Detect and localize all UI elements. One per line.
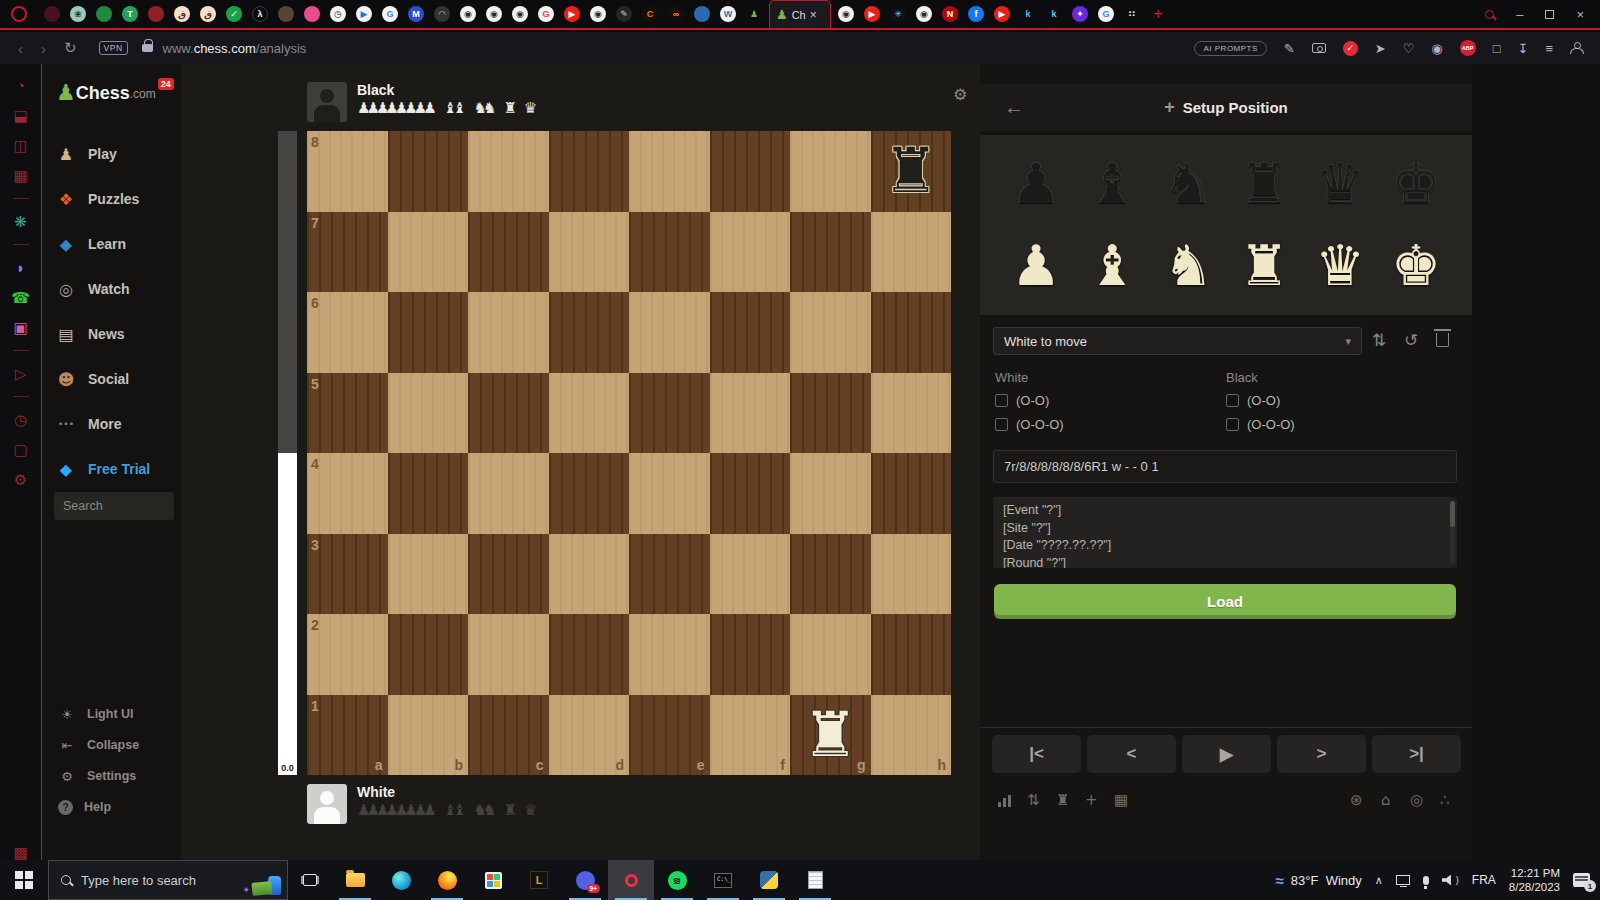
- reload-icon[interactable]: ↻: [64, 39, 77, 57]
- opera-gx-icon: [625, 874, 638, 887]
- square-g5[interactable]: [790, 373, 871, 454]
- tab-favicon: ◷: [330, 6, 346, 22]
- python-icon: [760, 871, 778, 889]
- chevron-down-icon: ▾: [1345, 335, 1351, 348]
- sidebar-item-play[interactable]: ♟Play: [42, 137, 181, 171]
- ms-store-icon: [485, 872, 502, 889]
- taskbar-app-python[interactable]: [746, 860, 792, 900]
- active-tab-label: Ch: [792, 9, 806, 21]
- instagram-icon[interactable]: ▣: [13, 320, 27, 335]
- palette-black-king[interactable]: ♚: [1378, 144, 1454, 224]
- sidebar-footer-help[interactable]: ?Help: [42, 794, 181, 820]
- fen-input[interactable]: [993, 450, 1457, 483]
- gx-divider: [13, 198, 29, 199]
- sidebar-item-label: News: [88, 326, 125, 342]
- file-label-b: b: [454, 757, 463, 773]
- send-icon[interactable]: ➤: [1375, 41, 1386, 56]
- browser-tab[interactable]: [299, 1, 325, 27]
- browser-tab[interactable]: ◉: [455, 1, 481, 27]
- sidebar-footer-light-ui[interactable]: ☀Light UI: [42, 701, 181, 727]
- sidebar-footer-label: Settings: [87, 769, 136, 783]
- square-c7[interactable]: [468, 212, 549, 293]
- social-icon: ☻: [56, 370, 76, 389]
- square-d5[interactable]: [549, 373, 630, 454]
- castling-black-header: Black: [1226, 370, 1258, 385]
- forward-icon[interactable]: ›: [41, 40, 46, 57]
- player-icon[interactable]: ▷: [15, 366, 27, 381]
- taskbar-app-cmd[interactable]: C:\_: [700, 860, 746, 900]
- sidebar-item-label: More: [88, 416, 121, 432]
- square-b1[interactable]: b: [388, 695, 469, 776]
- square-h5[interactable]: [871, 373, 952, 454]
- discord-badge: 9+: [587, 884, 599, 893]
- camera-icon[interactable]: [1312, 43, 1326, 53]
- sidebar-item-social[interactable]: ☻Social: [42, 362, 181, 396]
- square-h1[interactable]: h: [871, 695, 952, 776]
- square-d6[interactable]: [549, 292, 630, 373]
- square-e7[interactable]: [629, 212, 710, 293]
- taskbar-app-notepad[interactable]: [792, 860, 838, 900]
- taskbar-app-file-explorer[interactable]: [332, 860, 378, 900]
- previous-move-button[interactable]: <: [1087, 735, 1176, 773]
- square-f6[interactable]: [710, 292, 791, 373]
- palette-white-bishop[interactable]: ♝: [1074, 226, 1150, 306]
- rank-label-6: 6: [311, 295, 319, 311]
- browser-tab[interactable]: G: [1093, 1, 1119, 27]
- chatgpt-icon[interactable]: ❋: [14, 214, 27, 229]
- tab-favicon: ◉: [512, 6, 528, 22]
- windows-taskbar: Type here to search ✦ L9+≋C:\_ ≈ 83°F Wi…: [0, 860, 1600, 900]
- sliders-icon[interactable]: ≡: [1545, 41, 1553, 56]
- tab-favicon: ق: [200, 6, 216, 22]
- browser-tab[interactable]: G: [533, 1, 559, 27]
- square-h4[interactable]: [871, 453, 952, 534]
- rank-label-1: 1: [311, 698, 319, 714]
- spotify-icon: ≋: [668, 871, 687, 890]
- threats-icon[interactable]: ♜: [1056, 791, 1069, 809]
- black-queenside-castle-checkbox[interactable]: (O-O-O): [1226, 417, 1295, 432]
- square-c1[interactable]: c: [468, 695, 549, 776]
- square-d8[interactable]: [549, 131, 630, 212]
- profile-icon[interactable]: [1570, 42, 1582, 54]
- square-e3[interactable]: [629, 534, 710, 615]
- edge-icon: [392, 871, 411, 890]
- sidebar-item-puzzles[interactable]: ❖Puzzles: [42, 182, 181, 216]
- palette-white-rook[interactable]: ♜: [1226, 226, 1302, 306]
- play-button[interactable]: ▶: [1182, 735, 1271, 773]
- analysis-chart-icon[interactable]: [998, 795, 1011, 807]
- browser-tab[interactable]: ♟: [741, 1, 767, 27]
- sidebar-item-label: Social: [88, 371, 129, 387]
- square-e8[interactable]: [629, 131, 710, 212]
- network-icon[interactable]: [1396, 875, 1410, 885]
- square-d3[interactable]: [549, 534, 630, 615]
- extension-box-icon[interactable]: □: [1493, 41, 1501, 56]
- square-c6[interactable]: [468, 292, 549, 373]
- square-d2[interactable]: [549, 614, 630, 695]
- browser-tab[interactable]: ❀: [65, 1, 91, 27]
- notification-center-icon[interactable]: 1: [1573, 873, 1590, 887]
- tab-favicon: ▶: [864, 6, 880, 22]
- start-button[interactable]: [0, 860, 48, 900]
- zoom-icon[interactable]: ⊛: [1350, 791, 1363, 809]
- black-kingside-castle-checkbox[interactable]: (O-O): [1226, 393, 1280, 408]
- sidebar-item-free-trial[interactable]: ◆Free Trial: [42, 452, 181, 486]
- browser-tab[interactable]: W: [715, 1, 741, 27]
- tab-favicon: k: [1046, 6, 1062, 22]
- square-c4[interactable]: [468, 453, 549, 534]
- square-b3[interactable]: [388, 534, 469, 615]
- browser-tab[interactable]: [689, 1, 715, 27]
- tab-favicon: [96, 6, 112, 22]
- square-c8[interactable]: [468, 131, 549, 212]
- board-editor-icon[interactable]: ▦: [1114, 791, 1128, 809]
- tab-favicon: λ: [252, 6, 268, 22]
- captured-group: ♝♝: [444, 801, 467, 819]
- reset-position-icon[interactable]: ↺: [1404, 330, 1418, 351]
- square-f1[interactable]: f: [710, 695, 791, 776]
- browser-search-icon[interactable]: [1485, 10, 1494, 19]
- tray-chevron-icon[interactable]: ∧: [1375, 874, 1383, 887]
- square-h2[interactable]: [871, 614, 952, 695]
- browser-tab[interactable]: k: [1041, 1, 1067, 27]
- sidebar-item-more[interactable]: •••More: [42, 407, 181, 441]
- system-tray: ≈ 83°F Windy ∧ ) FRA 12:21 PM 8/28/2023 …: [1276, 860, 1600, 900]
- file-label-c: c: [536, 757, 544, 773]
- browser-tab[interactable]: ◉: [833, 1, 859, 27]
- tab-favicon: ◉: [838, 6, 854, 22]
- tab-favicon: ▶: [564, 6, 580, 22]
- notification-count-badge: 24: [158, 78, 174, 90]
- browser-tab[interactable]: [143, 1, 169, 27]
- history-icon[interactable]: ◷: [14, 412, 27, 427]
- browser-tab[interactable]: ◉: [507, 1, 533, 27]
- square-g7[interactable]: [790, 212, 871, 293]
- firefox-icon: [438, 871, 457, 890]
- minimize-button[interactable]: –: [1516, 7, 1523, 22]
- tab-favicon: ✓: [226, 6, 242, 22]
- browser-tab[interactable]: λ: [247, 1, 273, 27]
- taskbar-app-ms-store[interactable]: [470, 860, 516, 900]
- palette-black-pawn[interactable]: ♟: [998, 144, 1074, 224]
- square-g3[interactable]: [790, 534, 871, 615]
- browser-tab[interactable]: ✓: [221, 1, 247, 27]
- taskbar-app-opera-gx[interactable]: [608, 860, 654, 900]
- gx-settings-icon[interactable]: ⚙: [14, 472, 27, 487]
- square-h3[interactable]: [871, 534, 952, 615]
- tab-favicon: G: [1098, 6, 1114, 22]
- flip-board-icon[interactable]: ⇅: [1372, 330, 1386, 351]
- square-d1[interactable]: d: [549, 695, 630, 776]
- square-c5[interactable]: [468, 373, 549, 454]
- load-button[interactable]: Load: [994, 584, 1456, 619]
- lock-icon[interactable]: [142, 44, 153, 52]
- opera-menu-button[interactable]: [11, 6, 27, 22]
- library-icon[interactable]: ⌂: [1381, 791, 1391, 809]
- board-settings-gear-icon[interactable]: ⚙: [953, 85, 967, 104]
- white-player-name: White: [357, 784, 537, 801]
- snapshot-circle-icon[interactable]: ◉: [1431, 41, 1442, 56]
- adblock-icon[interactable]: ABP: [1460, 40, 1476, 56]
- browser-tab[interactable]: ق: [169, 1, 195, 27]
- sidebar-item-label: Free Trial: [88, 461, 150, 477]
- browser-tab-bar: ❀Tقق✓λ◷▶GM◠◉◉◉G▶◉✎C∞W♟♟Ch×◉▶✳◉Nf▶kk✦G∷ +…: [0, 0, 1600, 30]
- shield-check-icon[interactable]: ✓: [1343, 41, 1358, 56]
- square-e4[interactable]: [629, 453, 710, 534]
- url-text[interactable]: www.chess.com/analysis: [163, 41, 307, 56]
- palette-black-rook[interactable]: ♜: [1226, 144, 1302, 224]
- pgn-line: [Event "?"]: [1003, 502, 1447, 520]
- taskbar-app-spotify[interactable]: ≋: [654, 860, 700, 900]
- square-b7[interactable]: [388, 212, 469, 293]
- screen: ❀Tقق✓λ◷▶GM◠◉◉◉G▶◉✎C∞W♟♟Ch×◉▶✳◉Nf▶kk✦G∷ +…: [0, 0, 1600, 900]
- tab-favicon: ✎: [616, 6, 632, 22]
- browser-tab[interactable]: ◠: [429, 1, 455, 27]
- square-d7[interactable]: [549, 212, 630, 293]
- square-a1[interactable]: 1a: [307, 695, 388, 776]
- play-icon: ♟: [56, 145, 76, 164]
- pgn-textarea[interactable]: [Event "?"][Site "?"][Date "????.??.??"]…: [993, 497, 1457, 568]
- palette-black-knight[interactable]: ♞: [1150, 144, 1226, 224]
- browser-tab[interactable]: ◷: [325, 1, 351, 27]
- browser-tab[interactable]: ▶: [859, 1, 885, 27]
- sidebar-search-input[interactable]: [54, 492, 174, 520]
- gx-divider: [13, 350, 29, 351]
- piece-palette: ♟♝♞♜♛♚ ♟♝♞♜♛♚: [980, 135, 1472, 315]
- tab-favicon: ▶: [356, 6, 372, 22]
- square-a2[interactable]: 2: [307, 614, 388, 695]
- board-area: Black ♟♟♟♟♟♟♟♟♝♝♞♞♜♛ ⚙ 0.0 8♜7654321abcd…: [181, 64, 980, 860]
- microphone-icon[interactable]: [1423, 876, 1429, 885]
- tab-favicon: N: [942, 6, 958, 22]
- taskbar-search[interactable]: Type here to search ✦: [48, 860, 288, 900]
- captured-group: ♟♟♟♟♟♟♟♟: [357, 99, 437, 117]
- browser-tab[interactable]: ✎: [611, 1, 637, 27]
- square-c2[interactable]: [468, 614, 549, 695]
- browser-tab[interactable]: ∞: [663, 1, 689, 27]
- whatsapp-icon[interactable]: ☎: [11, 290, 30, 305]
- download-icon[interactable]: ↧: [1518, 41, 1529, 56]
- browser-tab[interactable]: f: [963, 1, 989, 27]
- turn-select-dropdown[interactable]: White to move ▾: [993, 327, 1362, 355]
- close-button[interactable]: ×: [1576, 7, 1584, 22]
- file-label-f: f: [780, 757, 785, 773]
- add-piece-icon[interactable]: +: [1085, 791, 1098, 809]
- rank-label-4: 4: [311, 456, 319, 472]
- league-of-legends-icon: L: [530, 871, 548, 889]
- browser-tab[interactable]: G: [377, 1, 403, 27]
- square-h6[interactable]: [871, 292, 952, 373]
- tab-close-icon[interactable]: ×: [810, 8, 817, 22]
- square-a5[interactable]: 5: [307, 373, 388, 454]
- edit-icon[interactable]: ✎: [1284, 41, 1295, 56]
- sidebar-footer-collapse[interactable]: ⇤Collapse: [42, 732, 181, 758]
- snapshot-icon[interactable]: ▩: [13, 845, 27, 860]
- square-b4[interactable]: [388, 453, 469, 534]
- restore-button[interactable]: [1545, 10, 1554, 19]
- square-d4[interactable]: [549, 453, 630, 534]
- white-rook-g1[interactable]: ♜: [790, 695, 871, 776]
- active-tab-chesscom[interactable]: ♟Ch×: [769, 0, 831, 28]
- square-g4[interactable]: [790, 453, 871, 534]
- square-a3[interactable]: 3: [307, 534, 388, 615]
- square-b6[interactable]: [388, 292, 469, 373]
- palette-white-queen[interactable]: ♛: [1302, 226, 1378, 306]
- square-f3[interactable]: [710, 534, 791, 615]
- practice-icon[interactable]: ◎: [1410, 791, 1423, 809]
- tab-favicon: k: [1020, 6, 1036, 22]
- square-a8[interactable]: 8: [307, 131, 388, 212]
- square-f5[interactable]: [710, 373, 791, 454]
- taskbar-app-firefox[interactable]: [424, 860, 470, 900]
- square-f4[interactable]: [710, 453, 791, 534]
- pgn-line: [Round "?"]: [1003, 555, 1447, 569]
- gx-control-icon[interactable]: ▦: [13, 168, 27, 183]
- taskbar-app-league-of-legends[interactable]: L: [516, 860, 562, 900]
- white-queenside-castle-checkbox[interactable]: (O-O-O): [995, 417, 1064, 432]
- weather-icon: ≈: [1276, 872, 1284, 889]
- square-h7[interactable]: [871, 212, 952, 293]
- rank-label-3: 3: [311, 537, 319, 553]
- captured-group: ♞♞: [473, 801, 496, 819]
- browser-tab[interactable]: ق: [195, 1, 221, 27]
- new-tab-button[interactable]: +: [1153, 4, 1163, 24]
- square-a4[interactable]: 4: [307, 453, 388, 534]
- language-indicator[interactable]: FRA: [1472, 873, 1496, 887]
- browser-tab[interactable]: [91, 1, 117, 27]
- square-e1[interactable]: e: [629, 695, 710, 776]
- flip-icon[interactable]: ⇅: [1027, 791, 1040, 809]
- tab-favicon: [44, 6, 60, 22]
- square-a7[interactable]: 7: [307, 212, 388, 293]
- square-e2[interactable]: [629, 614, 710, 695]
- browser-tab[interactable]: ▶: [989, 1, 1015, 27]
- weather-widget[interactable]: ≈ 83°F Windy: [1276, 872, 1362, 889]
- square-a6[interactable]: 6: [307, 292, 388, 373]
- collapse-icon: ⇤: [58, 738, 76, 753]
- square-b8[interactable]: [388, 131, 469, 212]
- clear-board-icon[interactable]: [1436, 333, 1449, 347]
- heart-icon[interactable]: ♡: [1403, 41, 1415, 56]
- sidebar-footer-settings[interactable]: ⚙Settings: [42, 763, 181, 789]
- twitch-icon[interactable]: ◫: [13, 138, 27, 153]
- sidebar-footer-label: Light UI: [87, 707, 134, 721]
- browser-tab[interactable]: C: [637, 1, 663, 27]
- sidebar-item-label: Watch: [88, 281, 129, 297]
- black-player-name: Black: [357, 82, 537, 99]
- speaker-icon[interactable]: ): [1442, 875, 1459, 886]
- square-g8[interactable]: [790, 131, 871, 212]
- palette-white-pawn[interactable]: ♟: [998, 226, 1074, 306]
- gx-speed-dial-icon[interactable]: ◔: [16, 78, 25, 93]
- palette-white-knight[interactable]: ♞: [1150, 226, 1226, 306]
- messenger-icon[interactable]: ◗: [16, 260, 25, 275]
- go-to-start-button[interactable]: |<: [992, 735, 1081, 773]
- sidebar-item-news[interactable]: ▤News: [42, 317, 181, 351]
- panel-header: ← +Setup Position: [980, 84, 1472, 131]
- taskbar-clock[interactable]: 12:21 PM 8/28/2023: [1509, 866, 1560, 894]
- tab-favicon: W: [720, 6, 736, 22]
- browser-tab[interactable]: ◉: [911, 1, 937, 27]
- browser-tab[interactable]: k: [1015, 1, 1041, 27]
- browser-tab[interactable]: [39, 1, 65, 27]
- taskbar-app-discord[interactable]: 9+: [562, 860, 608, 900]
- sidebar-item-label: Play: [88, 146, 117, 162]
- browser-tab[interactable]: ▶: [351, 1, 377, 27]
- browser-tab[interactable]: M: [403, 1, 429, 27]
- white-captured-pieces: ♟♟♟♟♟♟♟♟♝♝♞♞♜♛: [357, 801, 537, 819]
- square-g6[interactable]: [790, 292, 871, 373]
- browser-tab[interactable]: ◉: [585, 1, 611, 27]
- share-icon[interactable]: ∴: [1440, 791, 1450, 809]
- tab-favicon: ✳: [890, 6, 906, 22]
- go-to-end-button[interactable]: >|: [1372, 735, 1461, 773]
- captured-group: ♜: [503, 801, 516, 819]
- square-g2[interactable]: [790, 614, 871, 695]
- taskbar-app-edge[interactable]: [378, 860, 424, 900]
- captured-group: ♛: [524, 801, 537, 819]
- browser-tab[interactable]: ∷: [1119, 1, 1145, 27]
- tab-favicon: G: [382, 6, 398, 22]
- square-f2[interactable]: [710, 614, 791, 695]
- vpn-badge[interactable]: VPN: [99, 41, 128, 55]
- task-view-button[interactable]: [288, 860, 332, 900]
- square-f8[interactable]: [710, 131, 791, 212]
- black-rook-h8[interactable]: ♜: [871, 131, 952, 212]
- browser-tab[interactable]: T: [117, 1, 143, 27]
- notepad-icon: [808, 871, 823, 889]
- chesscom-sidebar: ♟ Chess .com 24 ♟Play❖Puzzles◆Learn◎Watc…: [42, 64, 181, 860]
- windows-logo-icon: [15, 871, 33, 889]
- sidebar-item-learn[interactable]: ◆Learn: [42, 227, 181, 261]
- file-label-h: h: [937, 757, 946, 773]
- browser-tab[interactable]: N: [937, 1, 963, 27]
- extensions-icon[interactable]: ▢: [13, 442, 27, 457]
- pgn-scrollbar[interactable]: [1450, 501, 1455, 564]
- sidebar-item-watch[interactable]: ◎Watch: [42, 272, 181, 306]
- easy-setup-icon[interactable]: ⬓: [13, 108, 27, 123]
- back-icon[interactable]: ‹: [18, 40, 23, 57]
- palette-black-bishop[interactable]: ♝: [1074, 144, 1150, 224]
- pgn-line: [Site "?"]: [1003, 520, 1447, 538]
- palette-black-queen[interactable]: ♛: [1302, 144, 1378, 224]
- sidebar-item-label: Puzzles: [88, 191, 139, 207]
- tab-favicon: ◉: [916, 6, 932, 22]
- square-b5[interactable]: [388, 373, 469, 454]
- square-h8[interactable]: ♜: [871, 131, 952, 212]
- browser-tab[interactable]: ✦: [1067, 1, 1093, 27]
- ai-prompts-button[interactable]: AI PROMPTS: [1194, 41, 1266, 56]
- next-move-button[interactable]: >: [1277, 735, 1366, 773]
- browser-tab[interactable]: [273, 1, 299, 27]
- browser-tab[interactable]: ◉: [481, 1, 507, 27]
- square-b2[interactable]: [388, 614, 469, 695]
- square-e5[interactable]: [629, 373, 710, 454]
- square-g1[interactable]: g♜: [790, 695, 871, 776]
- white-avatar[interactable]: [307, 784, 347, 824]
- square-e6[interactable]: [629, 292, 710, 373]
- black-avatar[interactable]: [307, 82, 347, 122]
- browser-tab[interactable]: ✳: [885, 1, 911, 27]
- palette-white-king[interactable]: ♚: [1378, 226, 1454, 306]
- chesscom-logo[interactable]: ♟ Chess .com 24: [56, 82, 174, 106]
- square-f7[interactable]: [710, 212, 791, 293]
- white-kingside-castle-checkbox[interactable]: (O-O): [995, 393, 1049, 408]
- tab-favicon: f: [968, 6, 984, 22]
- browser-tab[interactable]: ▶: [559, 1, 585, 27]
- tab-favicon: G: [538, 6, 554, 22]
- square-c3[interactable]: [468, 534, 549, 615]
